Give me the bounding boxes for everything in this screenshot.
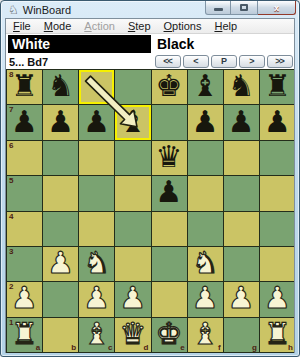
square-g4[interactable]	[224, 212, 259, 246]
square-h8[interactable]: ♜	[260, 70, 295, 104]
square-f2[interactable]: ♟	[188, 282, 223, 316]
square-f1[interactable]: f♝	[188, 318, 223, 352]
piece-black-pawn[interactable]: ♟	[47, 107, 74, 137]
square-e5[interactable]: ♟	[152, 176, 187, 210]
piece-white-pawn[interactable]: ♟	[11, 283, 38, 313]
square-e1[interactable]: e♚	[152, 318, 187, 352]
square-b3[interactable]: ♟	[43, 247, 78, 281]
square-d5[interactable]	[115, 176, 150, 210]
black-clock[interactable]: Black	[157, 36, 194, 52]
file-label-a: a	[36, 344, 40, 352]
title-bar[interactable]: ♘ WinBoard x	[5, 1, 295, 18]
back-button[interactable]: <	[183, 55, 209, 68]
square-f8[interactable]: ♝	[188, 70, 223, 104]
square-c2[interactable]: ♟	[79, 282, 114, 316]
black-clock-label: Black	[157, 36, 194, 52]
clock-row: White Black	[6, 34, 294, 54]
square-g2[interactable]: ♟	[224, 282, 259, 316]
square-g6[interactable]	[224, 141, 259, 175]
square-d4[interactable]	[115, 212, 150, 246]
square-c3[interactable]: ♞	[79, 247, 114, 281]
square-e4[interactable]	[152, 212, 187, 246]
close-button[interactable]: x	[258, 1, 296, 15]
square-b2[interactable]	[43, 282, 78, 316]
square-d2[interactable]: ♟	[115, 282, 150, 316]
rank-label-4: 4	[9, 213, 13, 221]
piece-black-pawn[interactable]: ♟	[264, 107, 291, 137]
pause-button[interactable]: P	[211, 55, 237, 68]
piece-white-pawn[interactable]: ♟	[47, 248, 74, 278]
square-c8[interactable]	[79, 70, 114, 104]
piece-white-queen[interactable]: ♛	[119, 319, 146, 349]
square-h4[interactable]	[260, 212, 295, 246]
square-g7[interactable]: ♟	[224, 105, 259, 139]
piece-white-king[interactable]: ♚	[156, 319, 183, 349]
piece-black-knight[interactable]: ♞	[228, 71, 255, 101]
white-clock[interactable]: White	[8, 35, 151, 53]
square-c6[interactable]	[79, 141, 114, 175]
window-title: WinBoard	[23, 4, 71, 16]
menu-item-options[interactable]: Options	[164, 20, 202, 32]
square-d7[interactable]: ♝	[115, 105, 150, 139]
rank-label-7: 7	[9, 106, 13, 114]
square-h5[interactable]	[260, 176, 295, 210]
piece-white-pawn[interactable]: ♟	[264, 283, 291, 313]
piece-white-knight[interactable]: ♞	[192, 248, 219, 278]
square-c4[interactable]	[79, 212, 114, 246]
square-a8[interactable]: 8♜	[7, 70, 42, 104]
rank-label-1: 1	[9, 319, 13, 327]
piece-black-pawn[interactable]: ♟	[228, 107, 255, 137]
square-b1[interactable]: b	[43, 318, 78, 352]
piece-black-queen[interactable]: ♛	[156, 142, 183, 172]
square-e6[interactable]: ♛	[152, 141, 187, 175]
forward-button[interactable]: >	[239, 55, 265, 68]
winboard-window: ♘ WinBoard x FileModeActionStepOptionsHe…	[0, 0, 300, 357]
piece-white-rook[interactable]: ♜	[264, 319, 291, 349]
piece-black-knight[interactable]: ♞	[47, 71, 74, 101]
menu-item-step[interactable]: Step	[128, 20, 151, 32]
piece-black-pawn[interactable]: ♟	[11, 107, 38, 137]
square-d1[interactable]: d♛	[115, 318, 150, 352]
menu-bar: FileModeActionStepOptionsHelp	[6, 19, 294, 34]
nav-buttons: <<<P>>>	[155, 55, 293, 68]
square-b4[interactable]	[43, 212, 78, 246]
piece-white-pawn[interactable]: ♟	[192, 283, 219, 313]
rewind-to-start-button[interactable]: <<	[155, 55, 181, 68]
square-h6[interactable]	[260, 141, 295, 175]
square-f5[interactable]	[188, 176, 223, 210]
square-e7[interactable]	[152, 105, 187, 139]
rank-label-2: 2	[9, 283, 13, 291]
menu-item-action: Action	[84, 20, 115, 32]
piece-black-bishop[interactable]: ♝	[119, 107, 146, 137]
square-g8[interactable]: ♞	[224, 70, 259, 104]
piece-white-pawn[interactable]: ♟	[119, 283, 146, 313]
square-e8[interactable]: ♚	[152, 70, 187, 104]
maximize-button[interactable]	[231, 1, 258, 15]
piece-black-pawn[interactable]: ♟	[156, 177, 183, 207]
menu-item-mode[interactable]: Mode	[44, 20, 72, 32]
file-label-c: c	[108, 344, 112, 352]
square-a5[interactable]: 5	[7, 176, 42, 210]
rank-label-3: 3	[9, 248, 13, 256]
square-b8[interactable]: ♞	[43, 70, 78, 104]
message-row: 5... Bd7 <<<P>>>	[6, 54, 294, 69]
piece-black-rook[interactable]: ♜	[264, 71, 291, 101]
close-icon: x	[274, 3, 279, 13]
knight-icon: ♘	[8, 4, 19, 16]
window-controls: x	[205, 1, 296, 15]
file-label-e: e	[180, 344, 184, 352]
square-g3[interactable]	[224, 247, 259, 281]
minimize-icon	[214, 8, 223, 11]
square-a6[interactable]: 6	[7, 141, 42, 175]
move-message: 5... Bd7	[9, 56, 155, 68]
square-a3[interactable]: 3	[7, 247, 42, 281]
white-clock-label: White	[12, 36, 50, 52]
square-d8[interactable]	[115, 70, 150, 104]
square-b5[interactable]	[43, 176, 78, 210]
square-d3[interactable]	[115, 247, 150, 281]
minimize-button[interactable]	[205, 1, 231, 15]
file-label-d: d	[144, 344, 149, 352]
piece-white-knight[interactable]: ♞	[83, 248, 110, 278]
piece-white-bishop[interactable]: ♝	[192, 319, 219, 349]
menu-item-help[interactable]: Help	[214, 20, 237, 32]
piece-black-king[interactable]: ♚	[156, 71, 183, 101]
piece-black-bishop[interactable]: ♝	[192, 71, 219, 101]
square-h3[interactable]	[260, 247, 295, 281]
file-label-h: h	[288, 344, 293, 352]
piece-white-rook[interactable]: ♜	[11, 319, 38, 349]
rank-label-5: 5	[9, 177, 13, 185]
square-b7[interactable]: ♟	[43, 105, 78, 139]
square-a4[interactable]: 4	[7, 212, 42, 246]
square-g1[interactable]: g	[224, 318, 259, 352]
piece-black-pawn[interactable]: ♟	[192, 107, 219, 137]
piece-black-rook[interactable]: ♜	[11, 71, 38, 101]
forward-to-end-button[interactable]: >>	[267, 55, 293, 68]
maximize-icon	[240, 4, 248, 11]
piece-black-pawn[interactable]: ♟	[83, 107, 110, 137]
square-a7[interactable]: 7♟	[7, 105, 42, 139]
square-e3[interactable]	[152, 247, 187, 281]
square-e2[interactable]	[152, 282, 187, 316]
square-f3[interactable]: ♞	[188, 247, 223, 281]
square-b6[interactable]	[43, 141, 78, 175]
square-a2[interactable]: 2♟	[7, 282, 42, 316]
piece-white-bishop[interactable]: ♝	[83, 319, 110, 349]
square-f4[interactable]	[188, 212, 223, 246]
rank-label-6: 6	[9, 142, 13, 150]
client-area: FileModeActionStepOptionsHelp White Blac…	[5, 18, 295, 353]
square-c5[interactable]	[79, 176, 114, 210]
square-h7[interactable]: ♟	[260, 105, 295, 139]
square-g5[interactable]	[224, 176, 259, 210]
square-d6[interactable]	[115, 141, 150, 175]
square-f7[interactable]: ♟	[188, 105, 223, 139]
file-label-b: b	[71, 344, 76, 352]
piece-white-pawn[interactable]: ♟	[83, 283, 110, 313]
square-a1[interactable]: 1a♜	[7, 318, 42, 352]
rank-label-8: 8	[9, 71, 13, 79]
square-h1[interactable]: h♜	[260, 318, 295, 352]
square-f6[interactable]	[188, 141, 223, 175]
menu-item-file[interactable]: File	[13, 20, 31, 32]
chess-board: 8♜♞♚♝♞♜7♟♟♟♝♟♟♟6♛5♟43♟♞♞2♟♟♟♟♟♟1a♜bc♝d♛e…	[6, 69, 295, 353]
square-c1[interactable]: c♝	[79, 318, 114, 352]
piece-white-pawn[interactable]: ♟	[228, 283, 255, 313]
file-label-g: g	[252, 344, 257, 352]
square-c7[interactable]: ♟	[79, 105, 114, 139]
square-h2[interactable]: ♟	[260, 282, 295, 316]
file-label-f: f	[218, 344, 221, 352]
